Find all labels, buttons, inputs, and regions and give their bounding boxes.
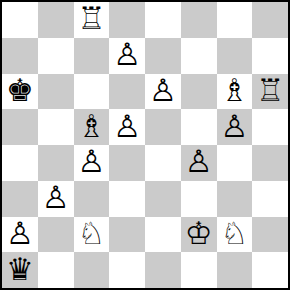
- square-a4[interactable]: [2, 145, 38, 181]
- square-c1[interactable]: [74, 252, 110, 288]
- square-h6[interactable]: ♖: [252, 74, 288, 110]
- square-g4[interactable]: [217, 145, 253, 181]
- white-pawn-piece[interactable]: ♙: [6, 218, 34, 249]
- white-bishop-piece[interactable]: ♗: [220, 75, 248, 106]
- square-a3[interactable]: [2, 181, 38, 217]
- square-c3[interactable]: [74, 181, 110, 217]
- square-e2[interactable]: [145, 217, 181, 253]
- white-pawn-piece[interactable]: ♙: [77, 146, 105, 177]
- white-pawn-piece[interactable]: ♙: [220, 111, 248, 142]
- square-a8[interactable]: [2, 2, 38, 38]
- white-knight-piece[interactable]: ♘: [77, 218, 105, 249]
- square-c4[interactable]: ♙: [74, 145, 110, 181]
- square-b5[interactable]: [38, 109, 74, 145]
- square-e1[interactable]: [145, 252, 181, 288]
- square-f3[interactable]: [181, 181, 217, 217]
- square-h8[interactable]: [252, 2, 288, 38]
- square-g6[interactable]: ♗: [217, 74, 253, 110]
- square-f2[interactable]: ♔: [181, 217, 217, 253]
- square-d5[interactable]: ♙: [109, 109, 145, 145]
- square-d8[interactable]: [109, 2, 145, 38]
- white-pawn-piece[interactable]: ♙: [185, 146, 213, 177]
- square-h1[interactable]: [252, 252, 288, 288]
- square-b7[interactable]: [38, 38, 74, 74]
- square-f6[interactable]: [181, 74, 217, 110]
- square-e6[interactable]: ♙: [145, 74, 181, 110]
- square-a1[interactable]: ♛: [2, 252, 38, 288]
- square-g3[interactable]: [217, 181, 253, 217]
- square-b3[interactable]: ♙: [38, 181, 74, 217]
- square-c6[interactable]: [74, 74, 110, 110]
- black-queen-piece[interactable]: ♛: [6, 254, 34, 285]
- white-pawn-piece[interactable]: ♙: [113, 111, 141, 142]
- square-f8[interactable]: [181, 2, 217, 38]
- white-king-piece[interactable]: ♔: [185, 218, 213, 249]
- square-f1[interactable]: [181, 252, 217, 288]
- square-b2[interactable]: [38, 217, 74, 253]
- square-a2[interactable]: ♙: [2, 217, 38, 253]
- square-g7[interactable]: [217, 38, 253, 74]
- square-h2[interactable]: [252, 217, 288, 253]
- white-bishop-piece[interactable]: ♗: [77, 111, 105, 142]
- square-c8[interactable]: ♖: [74, 2, 110, 38]
- square-b6[interactable]: [38, 74, 74, 110]
- square-a5[interactable]: [2, 109, 38, 145]
- square-d2[interactable]: [109, 217, 145, 253]
- square-h7[interactable]: [252, 38, 288, 74]
- square-a6[interactable]: ♚: [2, 74, 38, 110]
- square-b4[interactable]: [38, 145, 74, 181]
- square-e3[interactable]: [145, 181, 181, 217]
- square-h5[interactable]: [252, 109, 288, 145]
- square-b1[interactable]: [38, 252, 74, 288]
- square-e8[interactable]: [145, 2, 181, 38]
- square-g8[interactable]: [217, 2, 253, 38]
- square-f7[interactable]: [181, 38, 217, 74]
- square-c2[interactable]: ♘: [74, 217, 110, 253]
- square-c5[interactable]: ♗: [74, 109, 110, 145]
- white-pawn-piece[interactable]: ♙: [149, 75, 177, 106]
- square-d4[interactable]: [109, 145, 145, 181]
- square-e5[interactable]: [145, 109, 181, 145]
- square-d1[interactable]: [109, 252, 145, 288]
- white-knight-piece[interactable]: ♘: [220, 218, 248, 249]
- square-g1[interactable]: [217, 252, 253, 288]
- white-pawn-piece[interactable]: ♙: [113, 39, 141, 70]
- square-f5[interactable]: [181, 109, 217, 145]
- white-rook-piece[interactable]: ♖: [77, 3, 105, 34]
- square-b8[interactable]: [38, 2, 74, 38]
- square-a7[interactable]: [2, 38, 38, 74]
- square-d6[interactable]: [109, 74, 145, 110]
- square-d7[interactable]: ♙: [109, 38, 145, 74]
- square-g5[interactable]: ♙: [217, 109, 253, 145]
- square-e7[interactable]: [145, 38, 181, 74]
- white-rook-piece[interactable]: ♖: [256, 75, 284, 106]
- square-h3[interactable]: [252, 181, 288, 217]
- chess-board: ♖♙♚♙♗♖♗♙♙♙♙♙♙♘♔♘♛: [0, 0, 290, 290]
- square-h4[interactable]: [252, 145, 288, 181]
- square-f4[interactable]: ♙: [181, 145, 217, 181]
- square-d3[interactable]: [109, 181, 145, 217]
- square-g2[interactable]: ♘: [217, 217, 253, 253]
- white-pawn-piece[interactable]: ♙: [42, 182, 70, 213]
- square-c7[interactable]: [74, 38, 110, 74]
- square-e4[interactable]: [145, 145, 181, 181]
- black-king-piece[interactable]: ♚: [6, 75, 34, 106]
